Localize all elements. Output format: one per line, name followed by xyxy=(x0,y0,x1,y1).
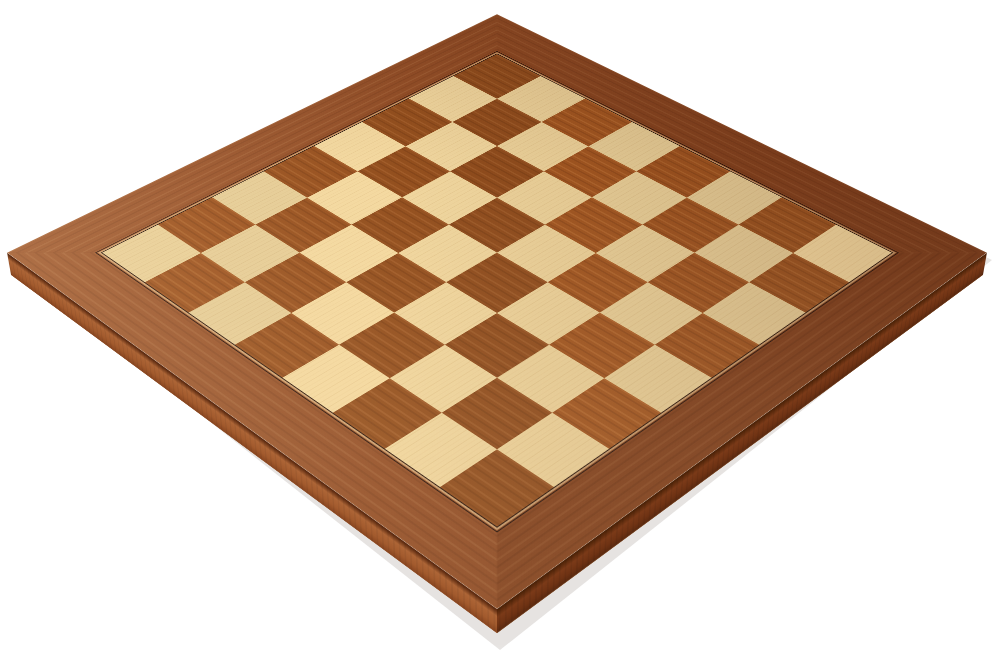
chess-board xyxy=(9,24,985,621)
board-top-face xyxy=(7,14,987,609)
playing-area xyxy=(101,53,893,527)
photo-scene xyxy=(0,0,1000,659)
product-photo xyxy=(0,0,1000,659)
